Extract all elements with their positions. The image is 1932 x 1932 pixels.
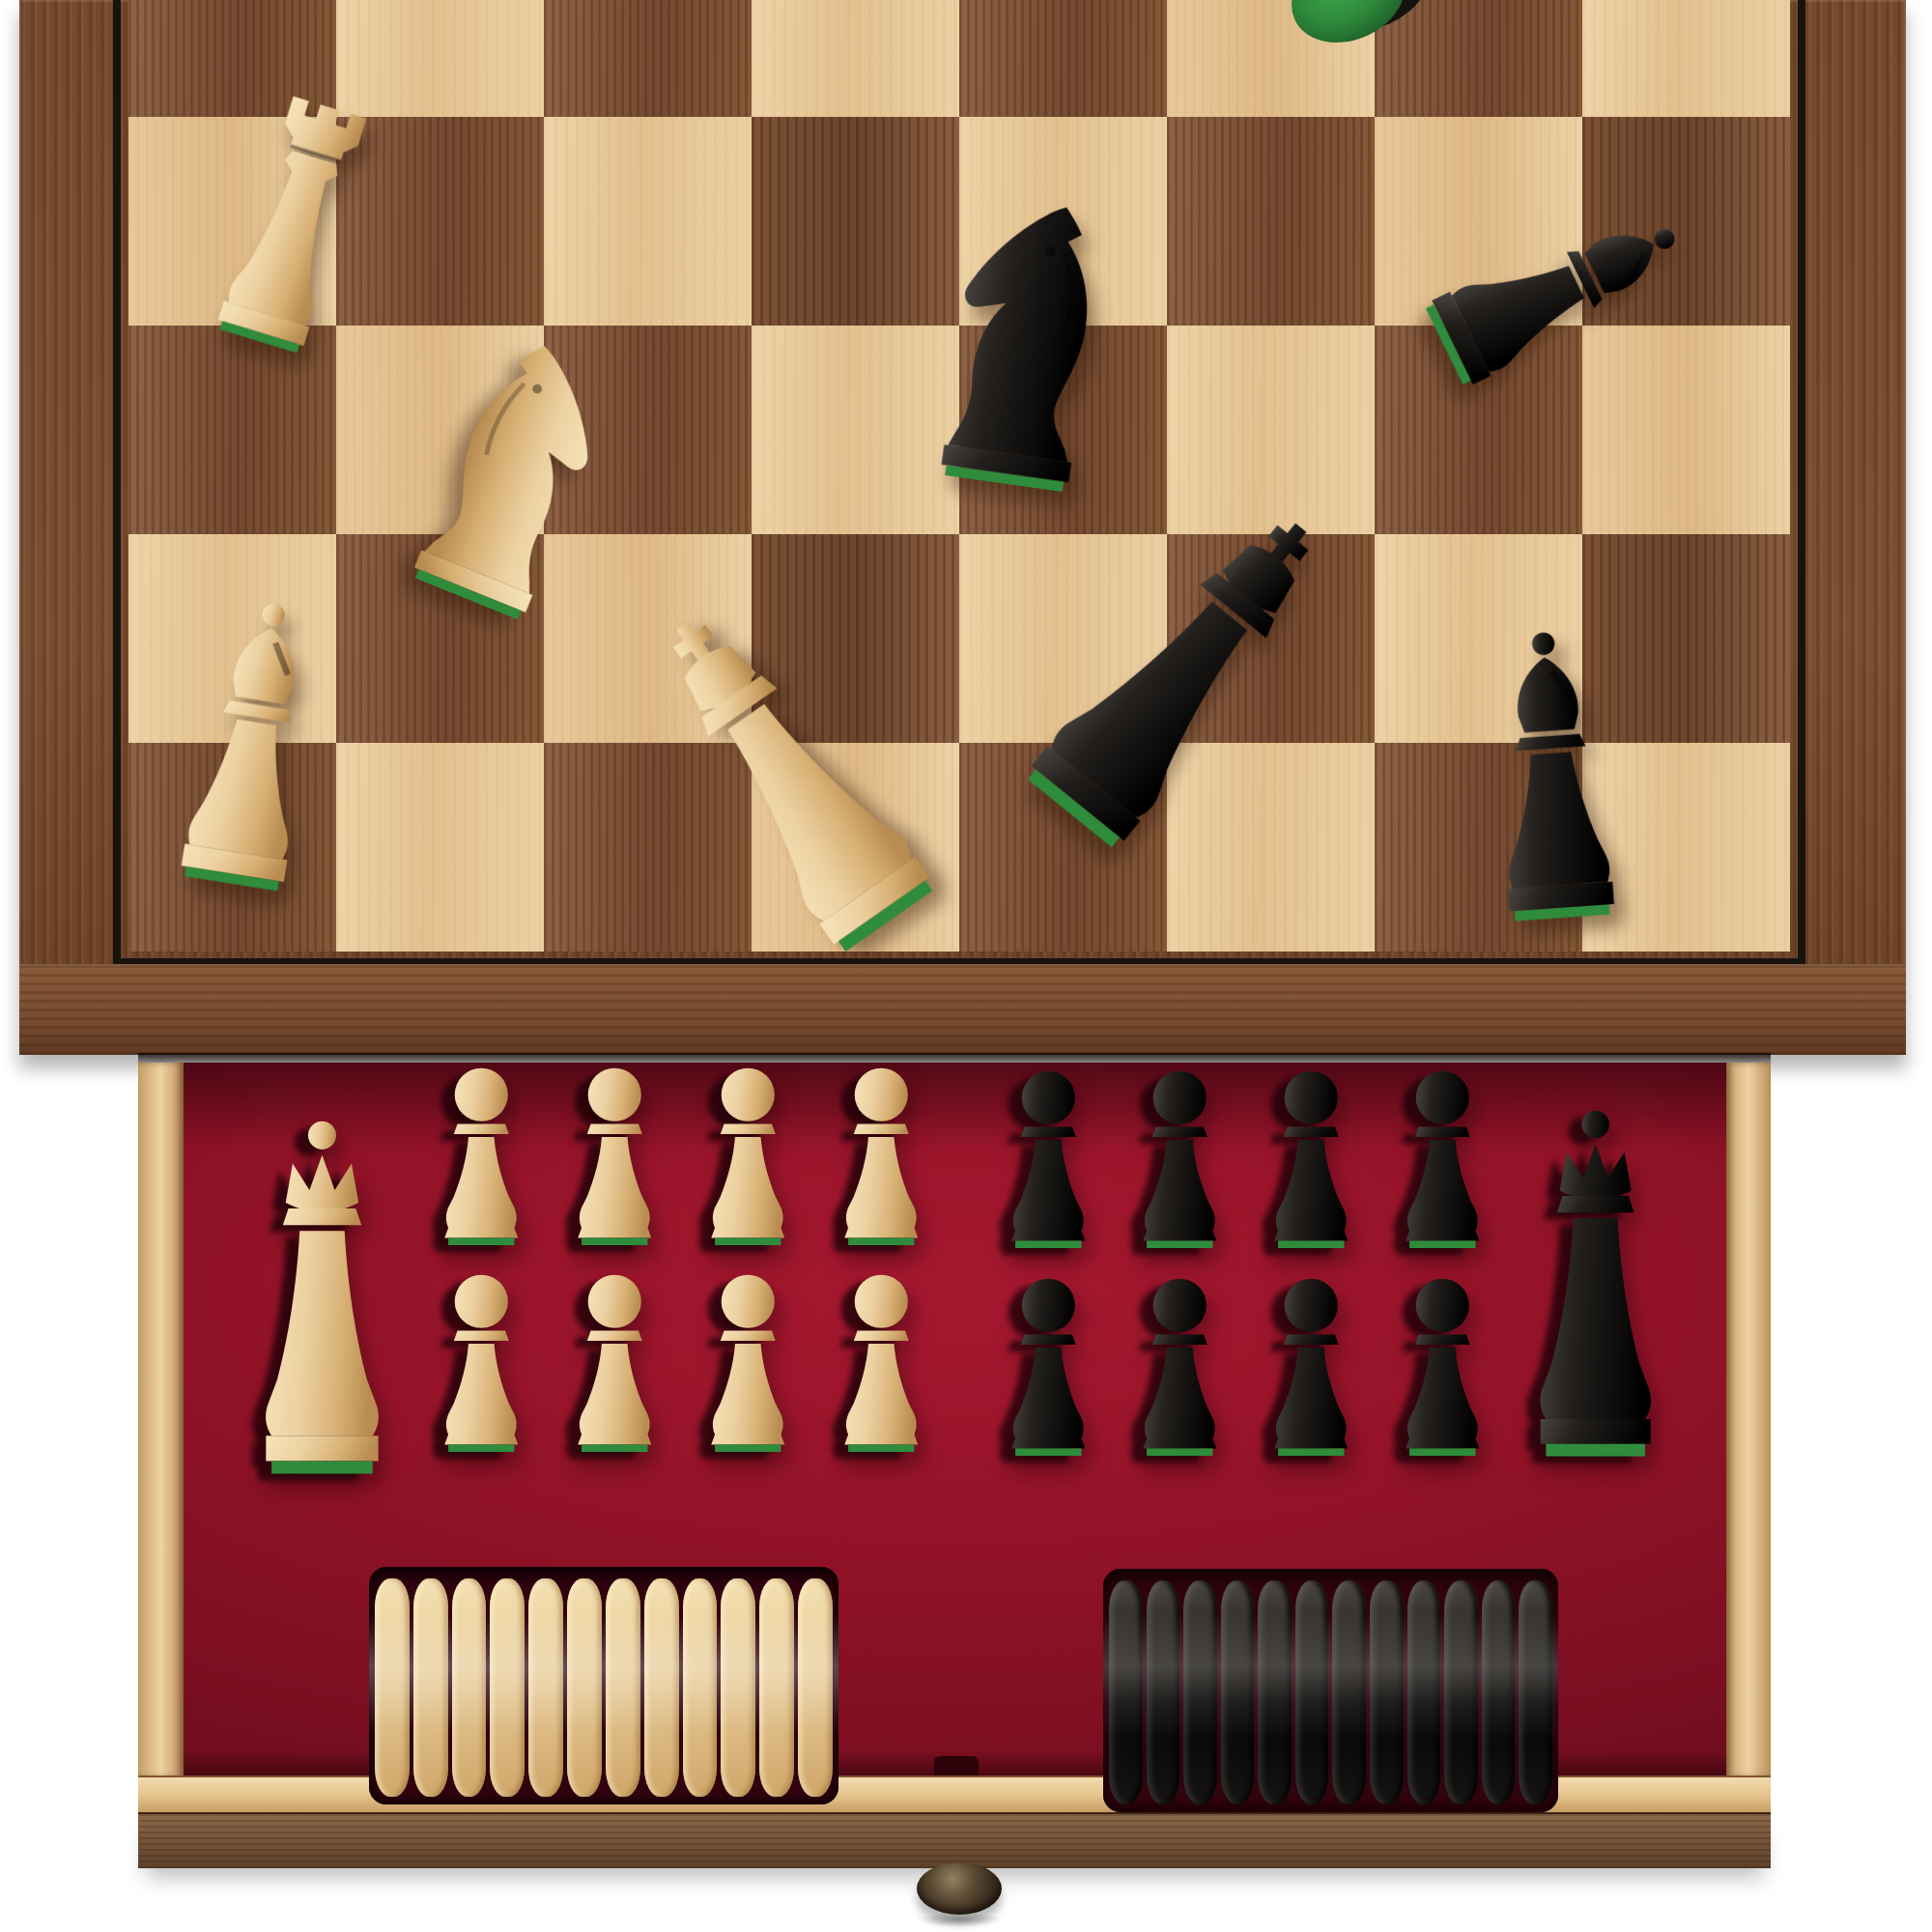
black-pawn-slot-4 <box>1392 1065 1493 1248</box>
black-checkers-stack <box>1103 1569 1558 1812</box>
square-r2c3 <box>544 117 752 326</box>
drawer-maple-wall-right <box>1726 1063 1771 1777</box>
drawer-finger-notch <box>934 1756 979 1776</box>
drawer-walnut-front-face <box>138 1812 1771 1868</box>
square-r1c8 <box>1582 0 1790 117</box>
black-checker-disc-12 <box>1519 1580 1552 1804</box>
white-pawn-slot-1 <box>431 1062 532 1245</box>
white-checker-disc-5 <box>528 1578 563 1797</box>
white-queen-in-slot <box>231 1116 413 1475</box>
black-knight-fallen <box>910 184 1137 497</box>
black-pawn-slot-5 <box>998 1272 1099 1456</box>
white-checker-disc-2 <box>413 1578 448 1797</box>
square-r2c6 <box>1167 117 1375 326</box>
black-checker-disc-9 <box>1407 1580 1441 1804</box>
black-pawn-slot-6 <box>1129 1272 1231 1456</box>
drawer-maple-wall-left <box>138 1063 184 1777</box>
square-r2c4 <box>752 117 959 326</box>
felt-top-shadow <box>184 1063 1726 1150</box>
black-checker-disc-10 <box>1444 1580 1478 1804</box>
white-pawn-slot-6 <box>564 1268 666 1452</box>
white-pawn-slot-8 <box>831 1268 932 1452</box>
black-pawn-slot-8 <box>1392 1272 1493 1456</box>
black-bishop-fallen-lower <box>1473 621 1631 924</box>
black-checker-disc-2 <box>1147 1580 1180 1804</box>
white-pawn-slot-7 <box>697 1268 799 1452</box>
square-r1c4 <box>752 0 959 117</box>
white-checker-disc-6 <box>567 1578 602 1797</box>
black-checker-disc-11 <box>1482 1580 1516 1804</box>
square-r1c5 <box>959 0 1167 117</box>
black-pawn-slot-3 <box>1261 1065 1362 1248</box>
white-checker-disc-4 <box>490 1578 525 1797</box>
white-pawn-slot-2 <box>564 1062 666 1245</box>
white-checker-disc-7 <box>606 1578 640 1797</box>
black-checker-disc-1 <box>1109 1580 1143 1804</box>
white-pawn-slot-5 <box>431 1268 532 1452</box>
black-checker-disc-4 <box>1221 1580 1255 1804</box>
white-checker-disc-3 <box>452 1578 487 1797</box>
square-r1c3 <box>544 0 752 117</box>
white-checker-disc-12 <box>798 1578 833 1797</box>
board-frame-bottom-rail <box>19 964 1906 1055</box>
drawer-knob <box>917 1862 1002 1915</box>
black-checker-disc-8 <box>1370 1580 1404 1804</box>
white-checkers-stack <box>369 1567 838 1804</box>
white-checker-disc-10 <box>721 1578 755 1797</box>
white-checker-disc-9 <box>683 1578 718 1797</box>
black-pawn-slot-7 <box>1261 1272 1362 1456</box>
black-pawn-slot-1 <box>998 1065 1099 1248</box>
product-photo-stage <box>0 0 1932 1932</box>
black-checker-disc-6 <box>1295 1580 1329 1804</box>
black-queen-in-slot <box>1506 1105 1685 1458</box>
square-r5c2 <box>336 743 544 952</box>
black-pawn-slot-2 <box>1129 1065 1231 1248</box>
square-r1c2 <box>336 0 544 117</box>
black-checker-disc-7 <box>1332 1580 1366 1804</box>
black-checker-disc-5 <box>1258 1580 1292 1804</box>
square-r3c8 <box>1582 326 1790 534</box>
white-checker-disc-11 <box>759 1578 794 1797</box>
black-checker-disc-3 <box>1183 1580 1217 1804</box>
white-pawn-slot-4 <box>831 1062 932 1245</box>
white-checker-disc-1 <box>375 1578 410 1797</box>
white-pawn-slot-3 <box>697 1062 799 1245</box>
white-checker-disc-8 <box>644 1578 679 1797</box>
